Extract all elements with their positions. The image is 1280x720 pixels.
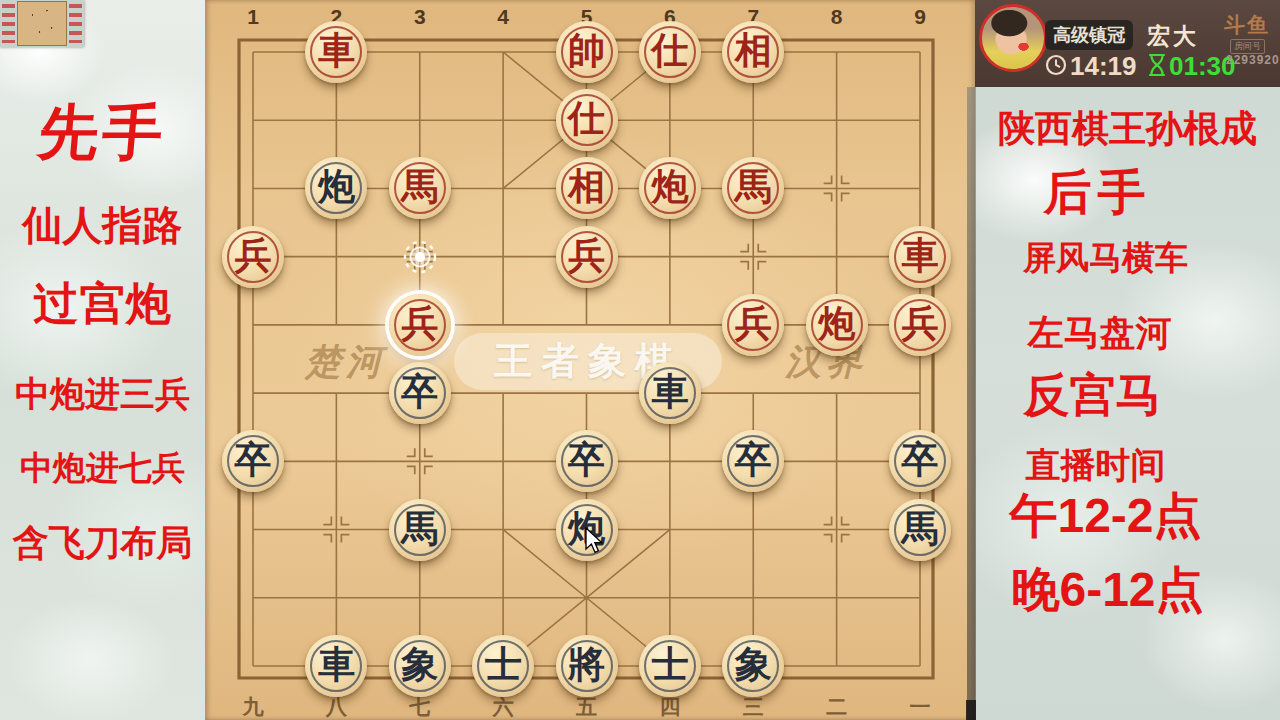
- piece-black-horse[interactable]: 馬: [389, 499, 451, 561]
- piece-red-chariot[interactable]: 車: [889, 226, 951, 288]
- piece-red-cannon[interactable]: 炮: [806, 294, 868, 356]
- file-label-top: 1: [239, 5, 267, 29]
- left-text-first-move: 先手: [0, 102, 208, 165]
- piece-glyph: 炮: [318, 162, 355, 212]
- piece-glyph: 車: [902, 231, 939, 281]
- left-text-opening-2: 过宫炮: [0, 280, 205, 327]
- piece-glyph: 士: [485, 640, 522, 690]
- piece-glyph: 相: [735, 26, 772, 76]
- douyu-logo: 斗鱼: [1224, 11, 1270, 39]
- piece-glyph: 仕: [568, 94, 605, 144]
- pip-thumbnail-board: [17, 1, 67, 46]
- streamer-bar: 高级镇冠 宏大 14:19 01:30 斗鱼 房间号 2293920: [975, 0, 1280, 87]
- file-label-top: 3: [406, 5, 434, 29]
- piece-red-soldier[interactable]: 兵: [222, 226, 284, 288]
- right-text-opening-3: 反宫马: [940, 371, 1245, 419]
- piece-red-horse[interactable]: 馬: [389, 157, 451, 219]
- piece-glyph: 象: [735, 640, 772, 690]
- piece-glyph: 兵: [735, 299, 772, 349]
- file-label-bottom: 七: [406, 693, 434, 720]
- piece-black-soldier[interactable]: 卒: [222, 430, 284, 492]
- right-text-opening-1: 屏风马横车: [953, 241, 1258, 276]
- piece-glyph: 卒: [735, 435, 772, 485]
- stream-frame: 先手 仙人指路 过宫炮 中炮进三兵 中炮进七兵 含飞刀布局 陕西棋王孙根成 后手…: [0, 0, 1280, 720]
- file-label-bottom: 一: [906, 693, 934, 720]
- piece-glyph: 車: [318, 640, 355, 690]
- left-text-opening-4: 中炮进七兵: [0, 451, 205, 486]
- piece-glyph: 馬: [401, 504, 438, 554]
- piece-red-advisor[interactable]: 仕: [639, 21, 701, 83]
- game-clock-time: 14:19: [1070, 51, 1137, 82]
- clock-icon: [1045, 54, 1067, 80]
- piece-red-cannon[interactable]: 炮: [639, 157, 701, 219]
- piece-glyph: 兵: [902, 299, 939, 349]
- piece-glyph: 炮: [818, 299, 855, 349]
- piece-black-advisor[interactable]: 士: [639, 635, 701, 697]
- piece-red-soldier[interactable]: 兵: [556, 226, 618, 288]
- file-label-bottom: 六: [489, 693, 517, 720]
- piece-black-general[interactable]: 將: [556, 635, 618, 697]
- piece-glyph: 車: [651, 367, 688, 417]
- left-text-opening-3: 中炮进三兵: [0, 376, 205, 413]
- piece-glyph: 帥: [568, 26, 605, 76]
- piece-glyph: 仕: [651, 26, 688, 76]
- piece-black-elephant[interactable]: 象: [722, 635, 784, 697]
- file-label-bottom: 八: [322, 693, 350, 720]
- room-number: 2293920: [1226, 53, 1280, 67]
- streamer-name: 宏大: [1147, 21, 1199, 52]
- piece-glyph: 象: [401, 640, 438, 690]
- pip-thumbnail: [0, 0, 84, 47]
- piece-red-elephant[interactable]: 相: [722, 21, 784, 83]
- left-text-opening-5: 含飞刀布局: [0, 524, 205, 562]
- file-label-bottom: 五: [573, 693, 601, 720]
- streamer-avatar[interactable]: [979, 4, 1047, 72]
- piece-black-soldier[interactable]: 卒: [556, 430, 618, 492]
- piece-red-general[interactable]: 帥: [556, 21, 618, 83]
- piece-black-advisor[interactable]: 士: [472, 635, 534, 697]
- piece-glyph: 兵: [568, 231, 605, 281]
- file-label-top: 8: [823, 5, 851, 29]
- right-text-schedule-title: 直播时间: [943, 447, 1248, 484]
- file-label-top: 9: [906, 5, 934, 29]
- fan-badge: 高级镇冠: [1045, 20, 1133, 50]
- xiangqi-board[interactable]: 楚河 汉界 王者象棋 123456789 九八七六五四三二一 車帥仕相仕炮馬相炮…: [205, 0, 975, 720]
- piece-glyph: 馬: [902, 504, 939, 554]
- piece-glyph: 炮: [651, 162, 688, 212]
- file-label-top: 4: [489, 5, 517, 29]
- piece-glyph: 馬: [401, 162, 438, 212]
- piece-black-horse[interactable]: 馬: [889, 499, 951, 561]
- right-text-second-move: 后手: [945, 168, 1250, 218]
- room-number-label: 房间号: [1230, 39, 1265, 54]
- piece-glyph: 卒: [902, 435, 939, 485]
- piece-red-elephant[interactable]: 相: [556, 157, 618, 219]
- piece-glyph: 兵: [235, 231, 272, 281]
- piece-glyph: 卒: [568, 435, 605, 485]
- piece-black-soldier[interactable]: 卒: [389, 362, 451, 424]
- piece-glyph: 卒: [235, 435, 272, 485]
- piece-glyph: 車: [318, 26, 355, 76]
- piece-glyph: 馬: [735, 162, 772, 212]
- board-right-edge-shadow: [967, 87, 976, 720]
- right-text-schedule-noon: 午12-2点: [953, 491, 1258, 541]
- hourglass-icon: [1147, 53, 1167, 81]
- piece-glyph: 卒: [401, 367, 438, 417]
- file-label-bottom: 四: [656, 693, 684, 720]
- file-label-bottom: 三: [739, 693, 767, 720]
- corner-artifact: [966, 700, 976, 720]
- piece-black-soldier[interactable]: 卒: [889, 430, 951, 492]
- piece-black-chariot[interactable]: 車: [639, 362, 701, 424]
- piece-red-advisor[interactable]: 仕: [556, 89, 618, 151]
- right-text-schedule-night: 晚6-12点: [955, 565, 1260, 615]
- file-label-bottom: 二: [823, 693, 851, 720]
- piece-glyph: 炮: [568, 504, 605, 554]
- piece-red-chariot[interactable]: 車: [305, 21, 367, 83]
- piece-glyph: 兵: [401, 299, 438, 349]
- right-text-opening-2: 左马盘河: [947, 314, 1252, 352]
- left-text-opening-1: 仙人指路: [0, 204, 205, 246]
- river-label-chu: 楚河: [291, 338, 401, 387]
- piece-red-soldier[interactable]: 兵: [889, 294, 951, 356]
- piece-glyph: 將: [568, 640, 605, 690]
- piece-red-soldier[interactable]: 兵: [389, 294, 451, 356]
- piece-black-elephant[interactable]: 象: [389, 635, 451, 697]
- piece-glyph: 相: [568, 162, 605, 212]
- right-text-opponent: 陕西棋王孙根成: [975, 110, 1280, 149]
- piece-red-soldier[interactable]: 兵: [722, 294, 784, 356]
- piece-black-chariot[interactable]: 車: [305, 635, 367, 697]
- piece-glyph: 士: [651, 640, 688, 690]
- file-label-bottom: 九: [239, 693, 267, 720]
- piece-black-cannon[interactable]: 炮: [556, 499, 618, 561]
